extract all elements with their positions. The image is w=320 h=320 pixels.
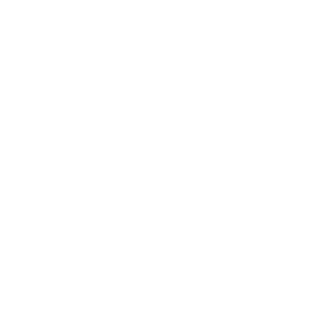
chess-board (0, 0, 320, 320)
